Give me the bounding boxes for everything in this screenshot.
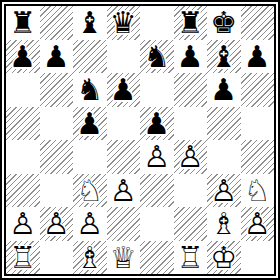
white-pawn: ♙: [107, 174, 141, 208]
black-knight: ♞: [73, 73, 107, 107]
white-pawn: ♙: [73, 207, 107, 241]
square-c4[interactable]: [73, 140, 107, 174]
black-pawn: ♟: [241, 40, 275, 74]
square-f2[interactable]: [174, 207, 208, 241]
black-pawn: ♟: [107, 73, 141, 107]
square-h2[interactable]: ♟♙: [241, 207, 275, 241]
square-a8[interactable]: ♜: [6, 6, 40, 40]
white-knight: ♘: [241, 174, 275, 208]
white-knight: ♘: [73, 174, 107, 208]
square-h1[interactable]: [241, 241, 275, 275]
square-a3[interactable]: [6, 174, 40, 208]
square-b8[interactable]: [40, 6, 74, 40]
square-c5[interactable]: ♟: [73, 107, 107, 141]
square-f7[interactable]: ♟: [174, 40, 208, 74]
square-d6[interactable]: ♟: [107, 73, 141, 107]
square-a4[interactable]: [6, 140, 40, 174]
white-bishop: ♗: [207, 207, 241, 241]
square-a2[interactable]: ♟♙: [6, 207, 40, 241]
white-bishop: ♗: [73, 241, 107, 275]
square-g6[interactable]: ♟: [207, 73, 241, 107]
square-f3[interactable]: [174, 174, 208, 208]
square-b4[interactable]: [40, 140, 74, 174]
square-f1[interactable]: ♜♖: [174, 241, 208, 275]
black-queen: ♛: [107, 6, 141, 40]
square-c8[interactable]: ♝: [73, 6, 107, 40]
board-frame: ♜♝♛♜♚♟♟♞♟♝♟♞♟♟♟♟♟♙♟♙♞♘♟♙♟♙♞♘♟♙♟♙♟♙♝♗♟♙♜♖…: [4, 4, 276, 276]
square-e3[interactable]: [140, 174, 174, 208]
square-h6[interactable]: [241, 73, 275, 107]
square-e1[interactable]: [140, 241, 174, 275]
black-pawn: ♟: [40, 40, 74, 74]
square-g1[interactable]: ♚♔: [207, 241, 241, 275]
square-g3[interactable]: ♟♙: [207, 174, 241, 208]
black-pawn: ♟: [140, 107, 174, 141]
square-f5[interactable]: [174, 107, 208, 141]
square-g2[interactable]: ♝♗: [207, 207, 241, 241]
square-b7[interactable]: ♟: [40, 40, 74, 74]
square-h8[interactable]: [241, 6, 275, 40]
square-a6[interactable]: [6, 73, 40, 107]
square-g5[interactable]: [207, 107, 241, 141]
square-d5[interactable]: [107, 107, 141, 141]
white-rook: ♖: [174, 241, 208, 275]
square-a1[interactable]: ♜♖: [6, 241, 40, 275]
square-d7[interactable]: [107, 40, 141, 74]
square-d8[interactable]: ♛: [107, 6, 141, 40]
square-d3[interactable]: ♟♙: [107, 174, 141, 208]
white-pawn: ♙: [140, 140, 174, 174]
square-e8[interactable]: [140, 6, 174, 40]
square-e4[interactable]: ♟♙: [140, 140, 174, 174]
square-e7[interactable]: ♞: [140, 40, 174, 74]
square-b1[interactable]: [40, 241, 74, 275]
square-d2[interactable]: [107, 207, 141, 241]
black-knight: ♞: [140, 40, 174, 74]
black-rook: ♜: [6, 6, 40, 40]
square-c7[interactable]: [73, 40, 107, 74]
square-c1[interactable]: ♝♗: [73, 241, 107, 275]
square-b5[interactable]: [40, 107, 74, 141]
white-queen: ♕: [107, 241, 141, 275]
chess-board: ♜♝♛♜♚♟♟♞♟♝♟♞♟♟♟♟♟♙♟♙♞♘♟♙♟♙♞♘♟♙♟♙♟♙♝♗♟♙♜♖…: [6, 6, 274, 274]
square-c3[interactable]: ♞♘: [73, 174, 107, 208]
white-pawn: ♙: [174, 140, 208, 174]
square-f8[interactable]: ♜: [174, 6, 208, 40]
black-pawn: ♟: [207, 73, 241, 107]
black-pawn: ♟: [174, 40, 208, 74]
square-g4[interactable]: [207, 140, 241, 174]
square-b2[interactable]: ♟♙: [40, 207, 74, 241]
square-e5[interactable]: ♟: [140, 107, 174, 141]
square-h4[interactable]: [241, 140, 275, 174]
black-pawn: ♟: [6, 40, 40, 74]
square-c2[interactable]: ♟♙: [73, 207, 107, 241]
white-pawn: ♙: [6, 207, 40, 241]
square-g7[interactable]: ♝: [207, 40, 241, 74]
white-king: ♔: [207, 241, 241, 275]
black-pawn: ♟: [73, 107, 107, 141]
square-e2[interactable]: [140, 207, 174, 241]
square-a5[interactable]: [6, 107, 40, 141]
black-king: ♚: [207, 6, 241, 40]
square-a7[interactable]: ♟: [6, 40, 40, 74]
square-f6[interactable]: [174, 73, 208, 107]
black-bishop: ♝: [207, 40, 241, 74]
square-c6[interactable]: ♞: [73, 73, 107, 107]
square-d4[interactable]: [107, 140, 141, 174]
square-e6[interactable]: [140, 73, 174, 107]
square-b6[interactable]: [40, 73, 74, 107]
square-d1[interactable]: ♛♕: [107, 241, 141, 275]
chess-diagram: ♜♝♛♜♚♟♟♞♟♝♟♞♟♟♟♟♟♙♟♙♞♘♟♙♟♙♞♘♟♙♟♙♟♙♝♗♟♙♜♖…: [0, 0, 280, 280]
square-g8[interactable]: ♚: [207, 6, 241, 40]
square-f4[interactable]: ♟♙: [174, 140, 208, 174]
white-pawn: ♙: [207, 174, 241, 208]
black-bishop: ♝: [73, 6, 107, 40]
square-h5[interactable]: [241, 107, 275, 141]
square-h3[interactable]: ♞♘: [241, 174, 275, 208]
white-rook: ♖: [6, 241, 40, 275]
black-rook: ♜: [174, 6, 208, 40]
white-pawn: ♙: [241, 207, 275, 241]
square-h7[interactable]: ♟: [241, 40, 275, 74]
square-b3[interactable]: [40, 174, 74, 208]
white-pawn: ♙: [40, 207, 74, 241]
